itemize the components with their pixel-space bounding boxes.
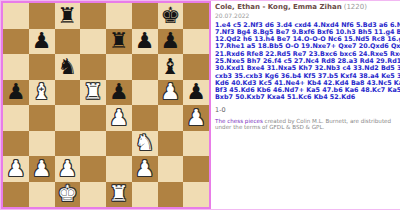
square-e3	[106, 131, 132, 157]
square-g8: ♚	[158, 3, 184, 29]
rating-badge: (1220)	[344, 3, 367, 11]
white-bishop-icon: ♝	[32, 81, 52, 103]
square-c5	[55, 80, 81, 106]
white-pawn-icon: ♟	[6, 158, 26, 180]
black-pawn-icon: ♟	[161, 30, 181, 52]
black-rook-icon: ♜	[109, 30, 129, 52]
square-h2	[183, 156, 209, 182]
square-a5: ♟	[3, 80, 29, 106]
black-pawn-icon: ♟	[186, 81, 206, 103]
square-h6	[183, 54, 209, 80]
square-b1	[29, 182, 55, 208]
square-h8	[183, 3, 209, 29]
square-b2: ♟	[29, 156, 55, 182]
square-b6	[29, 54, 55, 80]
white-pawn-icon: ♟	[109, 107, 129, 129]
square-d5: ♜	[80, 80, 106, 106]
square-a2: ♟	[3, 156, 29, 182]
board-grid: ♜♚♟♜♟♟♞♝♟♝♜♟♟♟♟♟♞♟♟♟♟♚♜	[3, 3, 209, 207]
players-line: Cole, Ethan - Kong, Emma Zihan(1220)	[215, 4, 400, 12]
square-b5: ♝	[29, 80, 55, 106]
white-pawn-icon: ♟	[161, 81, 181, 103]
square-g7: ♟	[158, 29, 184, 55]
black-pawn-icon: ♟	[135, 30, 155, 52]
square-e1: ♜	[106, 182, 132, 208]
white-pawn-icon: ♟	[135, 158, 155, 180]
square-g5: ♟	[158, 80, 184, 106]
chess-board: ♜♚♟♜♟♟♞♝♟♝♜♟♟♟♟♟♞♟♟♟♟♚♜	[1, 1, 211, 209]
square-d3	[80, 131, 106, 157]
white-pawn-icon: ♟	[32, 158, 52, 180]
square-b7: ♟	[29, 29, 55, 55]
square-g4	[158, 105, 184, 131]
square-a7	[3, 29, 29, 55]
chess-pieces-link[interactable]: The chess pieces	[215, 118, 263, 124]
game-info-panel: Cole, Ethan - Kong, Emma Zihan(1220) 20.…	[211, 1, 400, 209]
game-date: 20.07.2022	[215, 12, 400, 19]
player-names: Cole, Ethan - Kong, Emma Zihan	[215, 3, 342, 11]
square-e7: ♜	[106, 29, 132, 55]
square-e6	[106, 54, 132, 80]
white-rook-icon: ♜	[109, 183, 129, 205]
square-a8	[3, 3, 29, 29]
square-b8	[29, 3, 55, 29]
square-a3	[3, 131, 29, 157]
square-e5: ♟	[106, 80, 132, 106]
square-d8	[80, 3, 106, 29]
square-e2	[106, 156, 132, 182]
square-f1	[132, 182, 158, 208]
game-result: 1-0	[215, 106, 400, 114]
square-a6	[3, 54, 29, 80]
square-d6	[80, 54, 106, 80]
square-c3	[55, 131, 81, 157]
black-pawn-icon: ♟	[6, 81, 26, 103]
square-d4	[80, 105, 106, 131]
square-a1	[3, 182, 29, 208]
square-f3: ♞	[132, 131, 158, 157]
black-pawn-icon: ♟	[32, 30, 52, 52]
black-rook-icon: ♜	[58, 5, 78, 27]
square-d7	[80, 29, 106, 55]
black-bishop-icon: ♝	[161, 56, 181, 78]
black-knight-icon: ♞	[58, 56, 78, 78]
square-c6: ♞	[55, 54, 81, 80]
square-h4: ♟	[183, 105, 209, 131]
black-king-icon: ♚	[161, 5, 181, 27]
square-d2	[80, 156, 106, 182]
square-c4	[55, 105, 81, 131]
square-c7	[55, 29, 81, 55]
square-g3	[158, 131, 184, 157]
page: ♜♚♟♜♟♟♞♝♟♝♜♟♟♟♟♟♞♟♟♟♟♚♜ Cole, Ethan - Ko…	[0, 0, 400, 210]
square-f2: ♟	[132, 156, 158, 182]
square-h7	[183, 29, 209, 55]
square-g2	[158, 156, 184, 182]
white-rook-icon: ♜	[83, 81, 103, 103]
square-f8	[132, 3, 158, 29]
black-pawn-icon: ♟	[109, 81, 129, 103]
square-f6	[132, 54, 158, 80]
square-h5: ♟	[183, 80, 209, 106]
square-g6: ♝	[158, 54, 184, 80]
square-c2: ♟	[55, 156, 81, 182]
white-pawn-icon: ♟	[58, 158, 78, 180]
license-note: The chess pieces created by Colin M.L. B…	[215, 118, 395, 131]
square-h1	[183, 182, 209, 208]
white-pawn-icon: ♟	[186, 107, 206, 129]
white-king-icon: ♚	[58, 183, 78, 205]
move-line: Bxb7 50.Kxb7 Kxa4 51.Kc6 Kb4 52.Kd6	[215, 94, 400, 101]
square-g1	[158, 182, 184, 208]
square-h3	[183, 131, 209, 157]
square-c1: ♚	[55, 182, 81, 208]
square-b4	[29, 105, 55, 131]
square-e4: ♟	[106, 105, 132, 131]
square-a4	[3, 105, 29, 131]
square-f5	[132, 80, 158, 106]
square-e8	[106, 3, 132, 29]
square-f4	[132, 105, 158, 131]
square-c8: ♜	[55, 3, 81, 29]
move-list: 1.e4 c5 2.Nf3 d6 3.d4 cxd4 4.Nxd4 Nf6 5.…	[215, 22, 400, 102]
square-d1	[80, 182, 106, 208]
square-f7: ♟	[132, 29, 158, 55]
white-knight-icon: ♞	[135, 132, 155, 154]
square-b3	[29, 131, 55, 157]
